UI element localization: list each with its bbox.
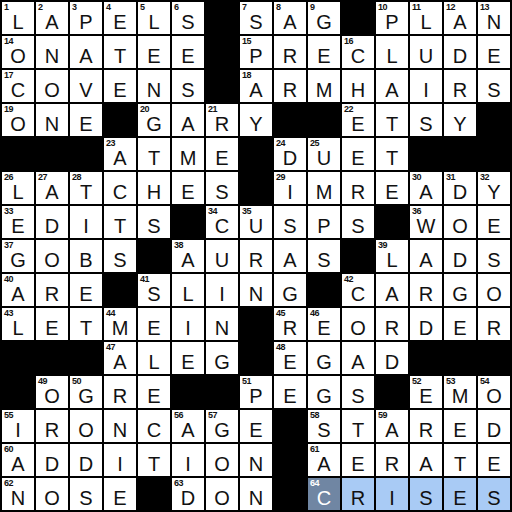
cell-letter: E [478,214,510,238]
block-5-14 [444,138,476,170]
cell-7-11[interactable]: S [342,206,374,238]
cell-6-4[interactable]: C [104,172,136,204]
cell-letter: D [172,486,204,510]
block-5-8 [240,138,272,170]
cell-letter: B [70,248,102,272]
cell-8-2[interactable]: O [36,240,68,272]
cell-letter: H [138,180,170,204]
cell-11-5[interactable]: L [138,342,170,374]
cell-3-1[interactable]: 17C [2,70,34,102]
cell-letter: A [376,418,408,442]
cell-letter: O [36,248,68,272]
cell-8-9[interactable]: A [274,240,306,272]
cell-13-2[interactable]: R [36,410,68,442]
cell-1-13[interactable]: 11L [410,2,442,34]
cell-letter: M [308,180,340,204]
cell-10-2[interactable]: E [36,308,68,340]
cell-9-6[interactable]: L [172,274,204,306]
block-9-4 [104,274,136,306]
cell-15-4[interactable]: E [104,478,136,510]
block-5-15 [478,138,510,170]
cell-10-11[interactable]: O [342,308,374,340]
cell-1-10[interactable]: 9G [308,2,340,34]
cell-7-14[interactable]: O [444,206,476,238]
cell-letter: A [444,10,476,34]
cell-letter: N [104,418,136,442]
cell-8-10[interactable]: S [308,240,340,272]
cell-letter: N [206,316,238,340]
cell-9-3[interactable]: E [70,274,102,306]
cell-6-1[interactable]: 26L [2,172,34,204]
cell-letter: D [444,44,476,68]
cell-letter: E [308,44,340,68]
cell-letter: L [172,282,204,306]
cell-4-6[interactable]: A [172,104,204,136]
cell-12-8[interactable]: 51P [240,376,272,408]
cell-15-15[interactable]: S [478,478,510,510]
cell-3-10[interactable]: M [308,70,340,102]
cell-14-11[interactable]: E [342,444,374,476]
cell-6-11[interactable]: R [342,172,374,204]
cell-12-15[interactable]: 54O [478,376,510,408]
cell-9-9[interactable]: G [274,274,306,306]
cell-letter: E [240,418,272,442]
cell-3-5[interactable]: N [138,70,170,102]
cell-4-2[interactable]: N [36,104,68,136]
cell-2-13[interactable]: U [410,36,442,68]
cell-letter: T [138,146,170,170]
cell-13-5[interactable]: C [138,410,170,442]
cell-letter: S [206,180,238,204]
cell-13-14[interactable]: E [444,410,476,442]
cell-7-9[interactable]: S [274,206,306,238]
cell-10-6[interactable]: I [172,308,204,340]
cell-10-14[interactable]: E [444,308,476,340]
cell-1-9[interactable]: 8A [274,2,306,34]
cell-5-5[interactable]: T [138,138,170,170]
cell-4-11[interactable]: 22E [342,104,374,136]
cell-11-7[interactable]: G [206,342,238,374]
cell-12-9[interactable]: E [274,376,306,408]
block-7-12 [376,206,408,238]
cell-6-3[interactable]: 28T [70,172,102,204]
cell-15-13[interactable]: S [410,478,442,510]
cell-7-4[interactable]: T [104,206,136,238]
cell-2-3[interactable]: A [70,36,102,68]
cell-letter: O [206,486,238,510]
cell-12-4[interactable]: R [104,376,136,408]
cell-letter: S [172,10,204,34]
cell-letter: L [376,44,408,68]
cell-10-7[interactable]: N [206,308,238,340]
cell-9-11[interactable]: 42C [342,274,374,306]
cell-8-4[interactable]: S [104,240,136,272]
cell-7-8[interactable]: 35U [240,206,272,238]
cell-15-7[interactable]: O [206,478,238,510]
cell-15-2[interactable]: O [36,478,68,510]
cell-3-9[interactable]: R [274,70,306,102]
cell-7-15[interactable]: E [478,206,510,238]
cell-letter: A [104,350,136,374]
cell-12-2[interactable]: 49O [36,376,68,408]
cell-letter: W [410,214,442,238]
cell-letter: C [206,214,238,238]
block-11-1 [2,342,34,374]
cell-letter: A [70,44,102,68]
cell-4-13[interactable]: S [410,104,442,136]
cell-3-12[interactable]: A [376,70,408,102]
cell-9-8[interactable]: N [240,274,272,306]
cell-15-10[interactable]: 64C [308,478,340,510]
cell-9-12[interactable]: A [376,274,408,306]
cell-13-8[interactable]: E [240,410,272,442]
cell-7-5[interactable]: S [138,206,170,238]
cell-2-11[interactable]: 16C [342,36,374,68]
cell-letter: A [172,418,204,442]
cell-6-12[interactable]: E [376,172,408,204]
cell-1-12[interactable]: 10P [376,2,408,34]
cell-3-13[interactable]: I [410,70,442,102]
cell-6-6[interactable]: E [172,172,204,204]
cell-letter: D [274,146,306,170]
cell-2-1[interactable]: 14O [2,36,34,68]
cell-9-13[interactable]: R [410,274,442,306]
cell-4-8[interactable]: Y [240,104,272,136]
cell-9-2[interactable]: R [36,274,68,306]
cell-1-1[interactable]: 1L [2,2,34,34]
cell-2-4[interactable]: T [104,36,136,68]
cell-letter: V [70,78,102,102]
cell-3-2[interactable]: O [36,70,68,102]
cell-1-14[interactable]: 12A [444,2,476,34]
cell-7-13[interactable]: 36W [410,206,442,238]
cell-4-1[interactable]: 19O [2,104,34,136]
cell-9-14[interactable]: G [444,274,476,306]
cell-10-13[interactable]: D [410,308,442,340]
cell-13-15[interactable]: D [478,410,510,442]
cell-1-3[interactable]: 3P [70,2,102,34]
cell-6-7[interactable]: S [206,172,238,204]
cell-letter: S [138,214,170,238]
cell-7-2[interactable]: D [36,206,68,238]
cell-10-1[interactable]: 43L [2,308,34,340]
cell-letter: A [172,112,204,136]
block-4-9 [274,104,306,136]
cell-4-5[interactable]: 20G [138,104,170,136]
cell-10-5[interactable]: E [138,308,170,340]
cell-letter: E [138,44,170,68]
cell-13-11[interactable]: T [342,410,374,442]
block-12-7 [206,376,238,408]
cell-14-3[interactable]: D [70,444,102,476]
cell-13-1[interactable]: 55I [2,410,34,442]
cell-6-14[interactable]: 31D [444,172,476,204]
cell-2-10[interactable]: E [308,36,340,68]
cell-14-8[interactable]: N [240,444,272,476]
cell-letter: O [36,384,68,408]
cell-7-1[interactable]: 33E [2,206,34,238]
block-11-2 [36,342,68,374]
cell-8-6[interactable]: 38A [172,240,204,272]
cell-letter: L [2,316,34,340]
cell-2-6[interactable]: E [172,36,204,68]
block-5-3 [70,138,102,170]
cell-letter: G [308,384,340,408]
cell-8-12[interactable]: 39L [376,240,408,272]
cell-2-2[interactable]: N [36,36,68,68]
cell-letter: R [274,316,306,340]
cell-6-9[interactable]: 29I [274,172,306,204]
cell-8-14[interactable]: D [444,240,476,272]
block-4-4 [104,104,136,136]
cell-15-14[interactable]: E [444,478,476,510]
cell-letter: L [2,180,34,204]
cell-6-10[interactable]: M [308,172,340,204]
cell-letter: P [308,214,340,238]
cell-15-3[interactable]: S [70,478,102,510]
cell-8-8[interactable]: R [240,240,272,272]
cell-letter: N [138,78,170,102]
cell-letter: H [342,78,374,102]
cell-10-12[interactable]: R [376,308,408,340]
cell-letter: C [138,418,170,442]
cell-letter: A [274,10,306,34]
cell-13-12[interactable]: 59A [376,410,408,442]
cell-11-4[interactable]: 47A [104,342,136,374]
cell-letter: E [308,316,340,340]
cell-letter: G [138,112,170,136]
cell-15-11[interactable]: R [342,478,374,510]
cell-letter: S [342,214,374,238]
cell-2-8[interactable]: 15P [240,36,272,68]
cell-7-10[interactable]: P [308,206,340,238]
cell-10-4[interactable]: 44M [104,308,136,340]
block-8-11 [342,240,374,272]
cell-letter: A [274,248,306,272]
cell-12-3[interactable]: 50G [70,376,102,408]
cell-3-11[interactable]: H [342,70,374,102]
cell-5-7[interactable]: E [206,138,238,170]
cell-4-14[interactable]: Y [444,104,476,136]
cell-letter: U [410,44,442,68]
cell-1-6[interactable]: 6S [172,2,204,34]
cell-letter: A [376,78,408,102]
cell-letter: R [342,486,374,510]
cell-letter: S [308,418,340,442]
cell-13-6[interactable]: 56A [172,410,204,442]
cell-letter: C [342,44,374,68]
cell-10-9[interactable]: 45R [274,308,306,340]
cell-letter: G [206,350,238,374]
crossword-puzzle: 1L2A3P4E5L6S7S8A9G10P11L12A13N14ONATEE15… [0,0,512,512]
cell-6-5[interactable]: H [138,172,170,204]
cell-letter: E [36,316,68,340]
block-12-1 [2,376,34,408]
cell-letter: R [274,44,306,68]
cell-2-14[interactable]: D [444,36,476,68]
cell-letter: A [342,350,374,374]
cell-14-2[interactable]: D [36,444,68,476]
cell-letter: P [240,44,272,68]
cell-2-9[interactable]: R [274,36,306,68]
cell-letter: P [376,10,408,34]
cell-3-4[interactable]: E [104,70,136,102]
cell-10-10[interactable]: 46E [308,308,340,340]
cell-13-13[interactable]: R [410,410,442,442]
cell-letter: E [274,384,306,408]
cell-letter: Y [478,180,510,204]
cell-14-4[interactable]: I [104,444,136,476]
cell-4-12[interactable]: T [376,104,408,136]
cell-9-5[interactable]: 41S [138,274,170,306]
cell-7-3[interactable]: I [70,206,102,238]
cell-letter: D [376,350,408,374]
block-4-10 [308,104,340,136]
cell-letter: T [444,452,476,476]
cell-5-12[interactable]: T [376,138,408,170]
cell-13-10[interactable]: 58S [308,410,340,442]
cell-letter: I [274,180,306,204]
cell-15-8[interactable]: N [240,478,272,510]
cell-letter: G [206,418,238,442]
cell-14-1[interactable]: 60A [2,444,34,476]
cell-14-6[interactable]: I [172,444,204,476]
cell-10-15[interactable]: R [478,308,510,340]
cell-15-12[interactable]: I [376,478,408,510]
cell-letter: E [342,452,374,476]
cell-8-13[interactable]: A [410,240,442,272]
cell-4-7[interactable]: 21R [206,104,238,136]
cell-letter: M [308,78,340,102]
cell-12-13[interactable]: 52E [410,376,442,408]
cell-3-3[interactable]: V [70,70,102,102]
cell-letter: E [444,418,476,442]
cell-3-15[interactable]: S [478,70,510,102]
cell-14-7[interactable]: O [206,444,238,476]
cell-5-9[interactable]: 24D [274,138,306,170]
cell-13-4[interactable]: N [104,410,136,442]
cell-11-9[interactable]: 48E [274,342,306,374]
cell-5-4[interactable]: 23A [104,138,136,170]
cell-1-15[interactable]: 13N [478,2,510,34]
cell-letter: E [70,112,102,136]
block-5-13 [410,138,442,170]
cell-15-6[interactable]: 63D [172,478,204,510]
cell-5-11[interactable]: E [342,138,374,170]
cell-3-6[interactable]: S [172,70,204,102]
cell-letter: T [376,112,408,136]
cell-8-15[interactable]: S [478,240,510,272]
cell-11-12[interactable]: D [376,342,408,374]
cell-13-7[interactable]: 57G [206,410,238,442]
cell-12-5[interactable]: E [138,376,170,408]
block-1-7 [206,2,238,34]
cell-14-5[interactable]: T [138,444,170,476]
cell-letter: L [376,248,408,272]
cell-letter: O [478,384,510,408]
cell-7-7[interactable]: 34C [206,206,238,238]
cell-letter: A [410,452,442,476]
cell-letter: M [444,384,476,408]
cell-8-7[interactable]: U [206,240,238,272]
cell-9-15[interactable]: O [478,274,510,306]
cell-letter: D [410,316,442,340]
cell-1-2[interactable]: 2A [36,2,68,34]
cell-letter: R [342,180,374,204]
cell-14-14[interactable]: T [444,444,476,476]
cell-letter: L [138,350,170,374]
cell-6-15[interactable]: 32Y [478,172,510,204]
cell-letter: L [2,10,34,34]
cell-12-11[interactable]: S [342,376,374,408]
cell-letter: S [342,384,374,408]
cell-3-14[interactable]: R [444,70,476,102]
cell-9-7[interactable]: I [206,274,238,306]
block-14-9 [274,444,306,476]
cell-letter: O [2,112,34,136]
cell-15-1[interactable]: 62N [2,478,34,510]
cell-letter: S [70,486,102,510]
cell-letter: S [410,112,442,136]
cell-6-2[interactable]: 27A [36,172,68,204]
cell-2-15[interactable]: E [478,36,510,68]
cell-4-3[interactable]: E [70,104,102,136]
cell-12-14[interactable]: 53M [444,376,476,408]
cell-1-5[interactable]: 5L [138,2,170,34]
cell-2-12[interactable]: L [376,36,408,68]
cell-letter: M [172,146,204,170]
cell-6-13[interactable]: 30A [410,172,442,204]
cell-3-8[interactable]: 18A [240,70,272,102]
cell-12-10[interactable]: G [308,376,340,408]
cell-11-10[interactable]: G [308,342,340,374]
cell-letter: O [444,214,476,238]
cell-letter: G [308,10,340,34]
cell-14-13[interactable]: A [410,444,442,476]
cell-14-15[interactable]: E [478,444,510,476]
cell-letter: T [376,146,408,170]
cell-letter: E [70,282,102,306]
block-7-6 [172,206,204,238]
cell-letter: A [410,180,442,204]
cell-14-10[interactable]: 61A [308,444,340,476]
cell-letter: O [70,418,102,442]
cell-letter: E [104,10,136,34]
cell-1-8[interactable]: 7S [240,2,272,34]
cell-5-10[interactable]: 25U [308,138,340,170]
cell-11-6[interactable]: E [172,342,204,374]
cell-letter: L [138,10,170,34]
cell-5-6[interactable]: M [172,138,204,170]
cell-14-12[interactable]: R [376,444,408,476]
cell-letter: S [478,78,510,102]
cell-8-3[interactable]: B [70,240,102,272]
cell-letter: O [206,452,238,476]
block-4-15 [478,104,510,136]
cell-9-1[interactable]: 40A [2,274,34,306]
block-11-3 [70,342,102,374]
cell-11-11[interactable]: A [342,342,374,374]
cell-letter: T [342,418,374,442]
cell-10-3[interactable]: T [70,308,102,340]
block-1-11 [342,2,374,34]
cell-letter: A [104,146,136,170]
cell-13-3[interactable]: O [70,410,102,442]
cell-8-1[interactable]: 37G [2,240,34,272]
cell-letter: C [308,486,340,510]
cell-2-5[interactable]: E [138,36,170,68]
cell-1-4[interactable]: 4E [104,2,136,34]
